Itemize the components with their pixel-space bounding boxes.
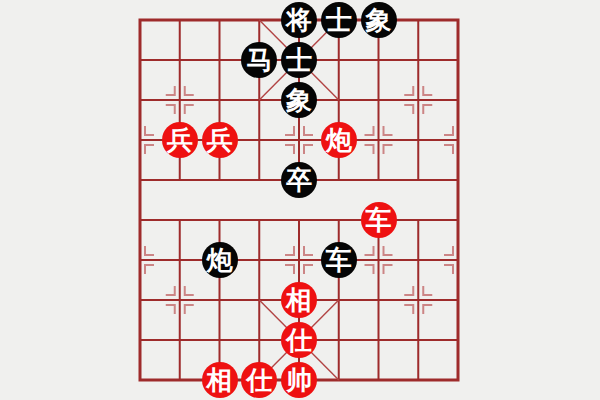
piece-red-cannon[interactable]: 炮 [321,122,357,158]
piece-red-elephant[interactable]: 相 [281,282,317,318]
piece-red-advisor[interactable]: 仕 [241,362,277,398]
piece-red-general[interactable]: 帅 [281,362,317,398]
piece-black-advisor[interactable]: 士 [321,2,357,38]
piece-black-chariot[interactable]: 车 [321,242,357,278]
piece-black-horse[interactable]: 马 [241,42,277,78]
piece-black-elephant[interactable]: 象 [361,2,397,38]
piece-red-advisor[interactable]: 仕 [281,322,317,358]
piece-red-elephant[interactable]: 相 [202,362,238,398]
xiangqi-board[interactable]: 将士象马士象兵兵炮卒车炮车相仕相仕帅 [0,0,600,400]
piece-red-soldier[interactable]: 兵 [162,122,198,158]
pieces-layer: 将士象马士象兵兵炮卒车炮车相仕相仕帅 [0,0,600,400]
piece-black-cannon[interactable]: 炮 [202,242,238,278]
piece-black-advisor[interactable]: 士 [281,42,317,78]
piece-red-chariot[interactable]: 车 [361,202,397,238]
piece-red-soldier[interactable]: 兵 [202,122,238,158]
piece-black-soldier[interactable]: 卒 [281,162,317,198]
piece-black-elephant[interactable]: 象 [281,82,317,118]
piece-black-general[interactable]: 将 [281,2,317,38]
